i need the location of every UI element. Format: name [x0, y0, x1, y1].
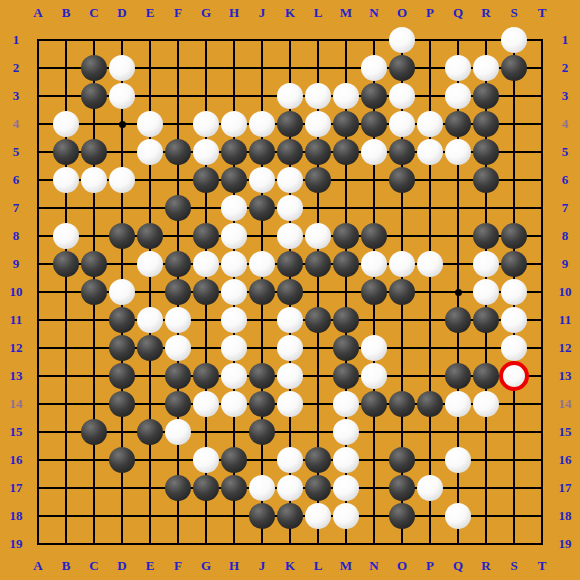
stone-white[interactable] — [333, 447, 359, 473]
stone-white[interactable] — [361, 335, 387, 361]
stone-white[interactable] — [361, 139, 387, 165]
stone-white[interactable] — [277, 475, 303, 501]
stone-black[interactable] — [445, 111, 471, 137]
stone-white[interactable] — [417, 251, 443, 277]
stone-white[interactable] — [165, 335, 191, 361]
stone-black[interactable] — [473, 83, 499, 109]
stone-white[interactable] — [361, 55, 387, 81]
column-top-label-S: S — [500, 0, 528, 26]
stone-white[interactable] — [53, 223, 79, 249]
stone-white[interactable] — [417, 111, 443, 137]
stone-black[interactable] — [81, 139, 107, 165]
stone-black[interactable] — [53, 251, 79, 277]
stone-white[interactable] — [193, 139, 219, 165]
stone-white[interactable] — [165, 307, 191, 333]
stone-white[interactable] — [277, 83, 303, 109]
stone-black[interactable] — [53, 139, 79, 165]
stone-white[interactable] — [221, 391, 247, 417]
column-top-label-R: R — [472, 0, 500, 26]
stone-white[interactable] — [333, 83, 359, 109]
stone-black[interactable] — [501, 251, 527, 277]
stone-white[interactable] — [53, 167, 79, 193]
stone-black[interactable] — [389, 475, 415, 501]
column-top-label-N: N — [360, 0, 388, 26]
stone-white[interactable] — [333, 391, 359, 417]
stone-black[interactable] — [249, 139, 275, 165]
stone-white[interactable] — [389, 251, 415, 277]
stone-black[interactable] — [81, 251, 107, 277]
stone-black[interactable] — [193, 167, 219, 193]
stone-white[interactable] — [389, 27, 415, 53]
stone-white[interactable] — [445, 139, 471, 165]
stone-white[interactable] — [249, 111, 275, 137]
column-top-label-G: G — [192, 0, 220, 26]
stone-black[interactable] — [109, 363, 135, 389]
column-top-label-K: K — [276, 0, 304, 26]
column-top-label-L: L — [304, 0, 332, 26]
stone-black[interactable] — [473, 167, 499, 193]
stone-white[interactable] — [221, 111, 247, 137]
stone-white[interactable] — [221, 279, 247, 305]
stone-white[interactable] — [305, 503, 331, 529]
stone-black[interactable] — [389, 391, 415, 417]
stone-black[interactable] — [109, 307, 135, 333]
column-top-label-T: T — [528, 0, 556, 26]
stone-black[interactable] — [473, 363, 499, 389]
column-top-label-Q: Q — [444, 0, 472, 26]
stone-black[interactable] — [361, 391, 387, 417]
go-board[interactable] — [24, 26, 556, 558]
stone-white[interactable] — [137, 111, 163, 137]
stone-black[interactable] — [165, 279, 191, 305]
stone-black[interactable] — [473, 139, 499, 165]
stone-black[interactable] — [249, 419, 275, 445]
stone-white[interactable] — [445, 503, 471, 529]
stone-black[interactable] — [221, 475, 247, 501]
stone-black[interactable] — [109, 335, 135, 361]
column-top-label-E: E — [136, 0, 164, 26]
stone-white[interactable] — [249, 475, 275, 501]
stone-black[interactable] — [165, 475, 191, 501]
stone-black[interactable] — [333, 223, 359, 249]
stone-white[interactable] — [305, 111, 331, 137]
stone-black[interactable] — [305, 139, 331, 165]
stone-white[interactable] — [501, 307, 527, 333]
stone-black[interactable] — [137, 419, 163, 445]
stone-black[interactable] — [333, 307, 359, 333]
stone-white[interactable] — [109, 167, 135, 193]
stone-black[interactable] — [221, 139, 247, 165]
stone-black[interactable] — [277, 111, 303, 137]
stone-white[interactable] — [193, 111, 219, 137]
stone-white[interactable] — [389, 83, 415, 109]
stone-black[interactable] — [333, 335, 359, 361]
stone-black[interactable] — [109, 391, 135, 417]
stone-black[interactable] — [389, 167, 415, 193]
stone-black[interactable] — [165, 251, 191, 277]
stone-white[interactable] — [333, 419, 359, 445]
column-top-label-D: D — [108, 0, 136, 26]
stone-black[interactable] — [333, 139, 359, 165]
stone-black[interactable] — [81, 55, 107, 81]
stone-white[interactable] — [501, 27, 527, 53]
stones-layer — [24, 26, 556, 558]
stone-white[interactable] — [473, 391, 499, 417]
stone-white[interactable] — [473, 279, 499, 305]
stone-black[interactable] — [277, 279, 303, 305]
stone-black[interactable] — [389, 279, 415, 305]
stone-white[interactable] — [109, 55, 135, 81]
stone-white[interactable] — [193, 251, 219, 277]
stone-black[interactable] — [445, 363, 471, 389]
stone-black[interactable] — [277, 503, 303, 529]
stone-black[interactable] — [473, 307, 499, 333]
stone-black[interactable] — [193, 475, 219, 501]
stone-white[interactable] — [445, 83, 471, 109]
stone-black[interactable] — [501, 223, 527, 249]
stone-white[interactable] — [361, 251, 387, 277]
stone-black[interactable] — [333, 363, 359, 389]
top-coordinates: ABCDEFGHJKLMNOPQRST — [24, 0, 556, 26]
stone-white[interactable] — [277, 223, 303, 249]
stone-white[interactable] — [277, 335, 303, 361]
stone-black[interactable] — [277, 139, 303, 165]
stone-white[interactable] — [137, 139, 163, 165]
stone-white[interactable] — [221, 223, 247, 249]
stone-white[interactable] — [445, 391, 471, 417]
stone-black[interactable] — [249, 503, 275, 529]
stone-black[interactable] — [445, 307, 471, 333]
stone-black[interactable] — [249, 279, 275, 305]
column-top-label-A: A — [24, 0, 52, 26]
stone-white[interactable] — [501, 335, 527, 361]
stone-black[interactable] — [333, 111, 359, 137]
stone-white[interactable] — [333, 475, 359, 501]
stone-black[interactable] — [193, 279, 219, 305]
stone-white[interactable] — [81, 167, 107, 193]
stone-white[interactable] — [221, 195, 247, 221]
last-move-marker — [499, 361, 529, 391]
column-top-label-J: J — [248, 0, 276, 26]
stone-white[interactable] — [193, 447, 219, 473]
column-top-label-P: P — [416, 0, 444, 26]
stone-black[interactable] — [473, 111, 499, 137]
stone-black[interactable] — [277, 251, 303, 277]
stone-white[interactable] — [277, 307, 303, 333]
stone-white[interactable] — [501, 363, 527, 389]
stone-white[interactable] — [445, 447, 471, 473]
stone-white[interactable] — [53, 111, 79, 137]
stone-white[interactable] — [277, 391, 303, 417]
stone-white[interactable] — [137, 251, 163, 277]
stone-white[interactable] — [109, 279, 135, 305]
stone-white[interactable] — [193, 391, 219, 417]
column-top-label-B: B — [52, 0, 80, 26]
column-top-label-O: O — [388, 0, 416, 26]
stone-black[interactable] — [81, 419, 107, 445]
stone-white[interactable] — [221, 251, 247, 277]
stone-white[interactable] — [473, 251, 499, 277]
stone-white[interactable] — [473, 55, 499, 81]
stone-white[interactable] — [137, 307, 163, 333]
stone-black[interactable] — [305, 167, 331, 193]
stone-white[interactable] — [221, 363, 247, 389]
stone-black[interactable] — [389, 139, 415, 165]
stone-white[interactable] — [445, 55, 471, 81]
stone-white[interactable] — [221, 307, 247, 333]
stone-black[interactable] — [221, 447, 247, 473]
stone-black[interactable] — [109, 223, 135, 249]
stone-black[interactable] — [193, 363, 219, 389]
column-top-label-C: C — [80, 0, 108, 26]
stone-black[interactable] — [501, 55, 527, 81]
stone-white[interactable] — [361, 363, 387, 389]
stone-white[interactable] — [249, 167, 275, 193]
stone-black[interactable] — [305, 475, 331, 501]
stone-white[interactable] — [305, 83, 331, 109]
stone-white[interactable] — [249, 251, 275, 277]
stone-black[interactable] — [165, 363, 191, 389]
stone-black[interactable] — [165, 139, 191, 165]
stone-black[interactable] — [165, 195, 191, 221]
stone-white[interactable] — [277, 195, 303, 221]
stone-black[interactable] — [193, 223, 219, 249]
stone-white[interactable] — [417, 139, 443, 165]
stone-white[interactable] — [389, 111, 415, 137]
stone-black[interactable] — [165, 391, 191, 417]
stone-black[interactable] — [305, 307, 331, 333]
stone-white[interactable] — [277, 167, 303, 193]
stone-black[interactable] — [81, 83, 107, 109]
stone-black[interactable] — [249, 195, 275, 221]
stone-black[interactable] — [361, 279, 387, 305]
column-top-label-F: F — [164, 0, 192, 26]
stone-white[interactable] — [501, 279, 527, 305]
stone-black[interactable] — [81, 279, 107, 305]
stone-white[interactable] — [277, 363, 303, 389]
stone-black[interactable] — [249, 363, 275, 389]
stone-black[interactable] — [305, 447, 331, 473]
stone-black[interactable] — [389, 55, 415, 81]
stone-black[interactable] — [137, 223, 163, 249]
stone-black[interactable] — [333, 251, 359, 277]
stone-white[interactable] — [277, 447, 303, 473]
stone-black[interactable] — [361, 223, 387, 249]
stone-black[interactable] — [417, 391, 443, 417]
stone-white[interactable] — [417, 475, 443, 501]
stone-black[interactable] — [249, 391, 275, 417]
stone-black[interactable] — [361, 83, 387, 109]
stone-white[interactable] — [333, 503, 359, 529]
stone-black[interactable] — [473, 223, 499, 249]
column-top-label-M: M — [332, 0, 360, 26]
go-board-page: ABCDEFGHJKLMNOPQRST ABCDEFGHJKLMNOPQRST … — [0, 0, 580, 580]
stone-white[interactable] — [165, 419, 191, 445]
column-top-label-H: H — [220, 0, 248, 26]
stone-black[interactable] — [361, 111, 387, 137]
stone-black[interactable] — [389, 447, 415, 473]
stone-black[interactable] — [389, 503, 415, 529]
stone-black[interactable] — [221, 167, 247, 193]
stone-black[interactable] — [109, 447, 135, 473]
stone-black[interactable] — [137, 335, 163, 361]
stone-white[interactable] — [109, 83, 135, 109]
stone-white[interactable] — [305, 223, 331, 249]
stone-black[interactable] — [305, 251, 331, 277]
stone-white[interactable] — [221, 335, 247, 361]
